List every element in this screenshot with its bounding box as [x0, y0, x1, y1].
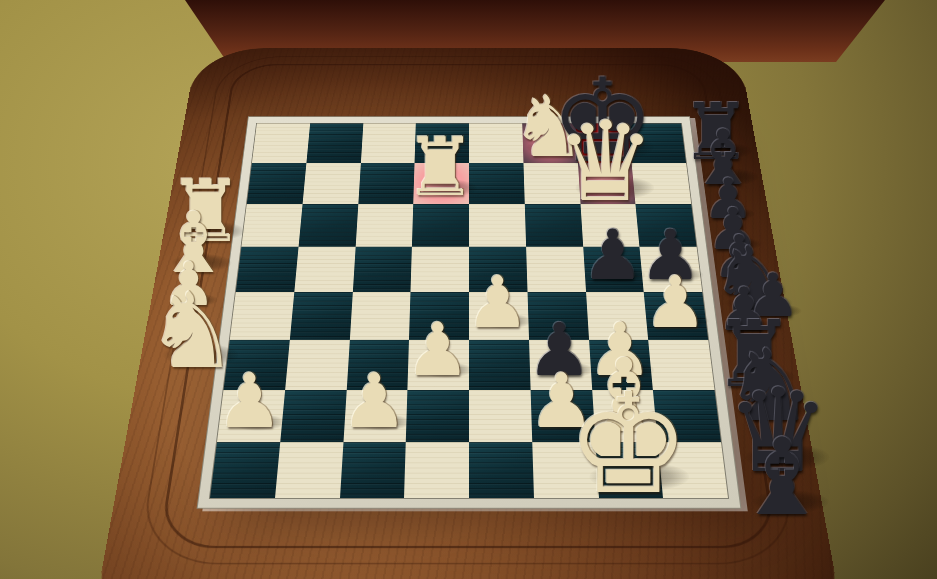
square-e2[interactable]: [469, 390, 532, 443]
square-c5[interactable]: [352, 247, 412, 292]
square-e1[interactable]: [469, 442, 534, 498]
piece-white-pawn-d3[interactable]: ♟: [405, 314, 470, 387]
square-b5[interactable]: [294, 247, 355, 292]
square-d1[interactable]: [404, 442, 469, 498]
square-b4[interactable]: [290, 292, 353, 340]
square-d5[interactable]: [411, 247, 469, 292]
square-c4[interactable]: [349, 292, 410, 340]
square-a7[interactable]: [247, 163, 306, 204]
square-a4[interactable]: [230, 292, 294, 340]
square-b1[interactable]: [275, 442, 343, 498]
piece-white-pawn-h4[interactable]: ♟: [643, 267, 707, 338]
square-d2[interactable]: [406, 390, 469, 443]
square-a1[interactable]: [210, 442, 280, 498]
square-e3[interactable]: [469, 340, 530, 390]
square-a6[interactable]: [241, 204, 302, 247]
piece-white-pawn-c2[interactable]: ♟: [341, 364, 408, 439]
piece-white-pawn-a2[interactable]: ♟: [216, 364, 283, 439]
square-b2[interactable]: [280, 390, 346, 443]
square-a8[interactable]: [252, 123, 310, 162]
piece-white-rook-d7[interactable]: ♜: [404, 127, 476, 207]
chess-titans-scene: ♞♚♜♛♟♟♟♟♟♟♟♟♟♟♝♚♜♝♟♞♜♝♟♟♟♞♟♟♜♞♛♝: [0, 0, 937, 579]
piece-white-queen-g7[interactable]: ♛: [556, 107, 655, 217]
piece-white-king-g1[interactable]: ♚: [566, 376, 690, 514]
square-b7[interactable]: [302, 163, 360, 204]
piece-white-pawn-e4[interactable]: ♟: [466, 267, 530, 338]
square-b3[interactable]: [285, 340, 349, 390]
square-e6[interactable]: [469, 204, 526, 247]
piece-black-bishop-captured-11: ♝: [734, 425, 829, 531]
square-a5[interactable]: [236, 247, 299, 292]
square-f5[interactable]: [526, 247, 586, 292]
square-c1[interactable]: [340, 442, 406, 498]
square-b6[interactable]: [298, 204, 358, 247]
piece-black-pawn-g5[interactable]: ♟: [581, 221, 643, 290]
square-b8[interactable]: [306, 123, 363, 162]
